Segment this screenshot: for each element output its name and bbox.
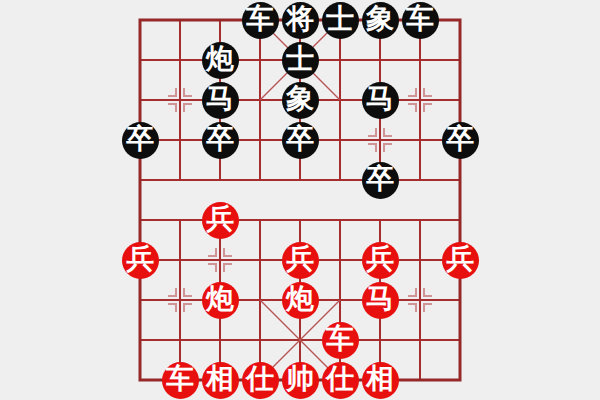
- piece-red-chariot[interactable]: 车: [322, 322, 359, 359]
- piece-red-soldier[interactable]: 兵: [362, 242, 399, 279]
- piece-black-soldier[interactable]: 卒: [202, 122, 239, 159]
- piece-red-chariot[interactable]: 车: [162, 362, 199, 399]
- piece-red-advisor[interactable]: 仕: [242, 362, 279, 399]
- piece-black-advisor[interactable]: 士: [282, 42, 319, 79]
- piece-red-soldier[interactable]: 兵: [122, 242, 159, 279]
- piece-red-general[interactable]: 帅: [282, 362, 319, 399]
- piece-red-soldier[interactable]: 兵: [282, 242, 319, 279]
- piece-black-soldier[interactable]: 卒: [362, 162, 399, 199]
- piece-red-soldier[interactable]: 兵: [442, 242, 479, 279]
- piece-black-horse[interactable]: 马: [362, 82, 399, 119]
- piece-red-horse[interactable]: 马: [362, 282, 399, 319]
- piece-black-soldier[interactable]: 卒: [122, 122, 159, 159]
- xiangqi-board: 车将士象车炮士马象马卒卒卒卒卒兵兵兵兵兵炮炮马车车相仕帅仕相: [0, 0, 600, 400]
- piece-black-chariot[interactable]: 车: [242, 2, 279, 39]
- piece-black-horse[interactable]: 马: [202, 82, 239, 119]
- piece-black-elephant[interactable]: 象: [282, 82, 319, 119]
- piece-red-elephant[interactable]: 相: [202, 362, 239, 399]
- piece-red-advisor[interactable]: 仕: [322, 362, 359, 399]
- piece-red-soldier[interactable]: 兵: [202, 202, 239, 239]
- piece-black-soldier[interactable]: 卒: [442, 122, 479, 159]
- piece-black-advisor[interactable]: 士: [322, 2, 359, 39]
- piece-layer: 车将士象车炮士马象马卒卒卒卒卒兵兵兵兵兵炮炮马车车相仕帅仕相: [120, 0, 480, 400]
- piece-black-cannon[interactable]: 炮: [202, 42, 239, 79]
- piece-black-soldier[interactable]: 卒: [282, 122, 319, 159]
- piece-red-cannon[interactable]: 炮: [282, 282, 319, 319]
- piece-red-cannon[interactable]: 炮: [202, 282, 239, 319]
- piece-red-elephant[interactable]: 相: [362, 362, 399, 399]
- piece-black-general[interactable]: 将: [282, 2, 319, 39]
- piece-black-chariot[interactable]: 车: [402, 2, 439, 39]
- piece-black-elephant[interactable]: 象: [362, 2, 399, 39]
